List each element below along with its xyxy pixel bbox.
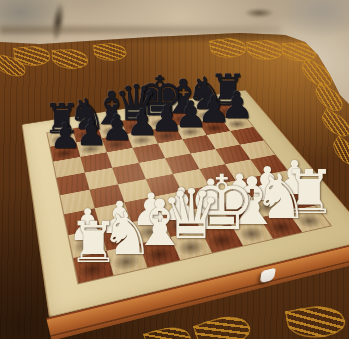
piece-black-pawn[interactable]: ♟ [50, 120, 81, 155]
piece-white-rook[interactable]: ♜ [68, 215, 118, 271]
pieces-layer: ♜♞♝♛♚♝♞♜♟♟♟♟♟♟♟♟♟♟♟♟♟♟♟♟♜♞♝♛♚♝♞♜ [0, 0, 349, 339]
chess-photo-scene: ♜♞♝♛♚♝♞♜♟♟♟♟♟♟♟♟♟♟♟♟♟♟♟♟♜♞♝♛♚♝♞♜ [0, 0, 349, 339]
